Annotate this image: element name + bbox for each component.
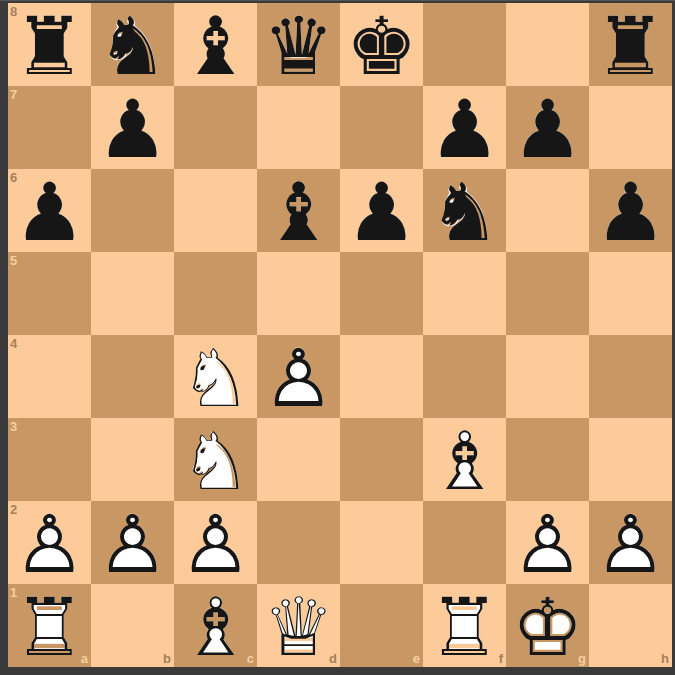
square-c5[interactable] — [174, 252, 257, 335]
square-g5[interactable] — [506, 252, 589, 335]
square-d6[interactable] — [257, 169, 340, 252]
square-c6[interactable] — [174, 169, 257, 252]
square-f1[interactable]: f — [423, 584, 506, 667]
square-h8[interactable] — [589, 3, 672, 86]
piece-white-R-f1[interactable] — [423, 584, 506, 667]
square-f3[interactable] — [423, 418, 506, 501]
piece-black-P-f7[interactable] — [423, 86, 506, 169]
square-b5[interactable] — [91, 252, 174, 335]
square-a4[interactable]: 4 — [8, 335, 91, 418]
square-d1[interactable]: d — [257, 584, 340, 667]
piece-white-N-c4[interactable] — [174, 335, 257, 418]
piece-white-P-h2[interactable] — [589, 501, 672, 584]
square-f6[interactable] — [423, 169, 506, 252]
square-b4[interactable] — [91, 335, 174, 418]
piece-white-Q-d1[interactable] — [257, 584, 340, 667]
piece-black-P-e6[interactable] — [340, 169, 423, 252]
piece-black-R-h8[interactable] — [589, 3, 672, 86]
square-e4[interactable] — [340, 335, 423, 418]
piece-white-K-g1[interactable] — [506, 584, 589, 667]
piece-white-P-c2[interactable] — [174, 501, 257, 584]
square-a8[interactable]: 8 — [8, 3, 91, 86]
square-f5[interactable] — [423, 252, 506, 335]
chessboard: 87654321abcdefgh — [8, 3, 672, 667]
square-e2[interactable] — [340, 501, 423, 584]
square-a7[interactable]: 7 — [8, 86, 91, 169]
rank-label-3: 3 — [10, 420, 17, 433]
square-h3[interactable] — [589, 418, 672, 501]
square-c3[interactable] — [174, 418, 257, 501]
square-e3[interactable] — [340, 418, 423, 501]
square-e6[interactable] — [340, 169, 423, 252]
square-a5[interactable]: 5 — [8, 252, 91, 335]
piece-black-P-h6[interactable] — [589, 169, 672, 252]
rank-label-4: 4 — [10, 337, 17, 350]
piece-white-B-c1[interactable] — [174, 584, 257, 667]
square-a2[interactable]: 2 — [8, 501, 91, 584]
square-d7[interactable] — [257, 86, 340, 169]
square-c8[interactable] — [174, 3, 257, 86]
square-e1[interactable]: e — [340, 584, 423, 667]
square-d4[interactable] — [257, 335, 340, 418]
square-f4[interactable] — [423, 335, 506, 418]
square-a1[interactable]: 1a — [8, 584, 91, 667]
square-h6[interactable] — [589, 169, 672, 252]
square-g2[interactable] — [506, 501, 589, 584]
square-f2[interactable] — [423, 501, 506, 584]
rank-label-7: 7 — [10, 88, 17, 101]
square-e7[interactable] — [340, 86, 423, 169]
piece-white-R-a1[interactable] — [8, 584, 91, 667]
square-b7[interactable] — [91, 86, 174, 169]
square-d5[interactable] — [257, 252, 340, 335]
piece-white-P-d4[interactable] — [257, 335, 340, 418]
file-label-h: h — [661, 652, 669, 665]
square-h2[interactable] — [589, 501, 672, 584]
square-c7[interactable] — [174, 86, 257, 169]
square-g3[interactable] — [506, 418, 589, 501]
piece-black-K-e8[interactable] — [340, 3, 423, 86]
square-f7[interactable] — [423, 86, 506, 169]
square-b3[interactable] — [91, 418, 174, 501]
square-c1[interactable]: c — [174, 584, 257, 667]
square-b8[interactable] — [91, 3, 174, 86]
square-e8[interactable] — [340, 3, 423, 86]
square-d2[interactable] — [257, 501, 340, 584]
square-g8[interactable] — [506, 3, 589, 86]
piece-white-P-a2[interactable] — [8, 501, 91, 584]
piece-black-P-a6[interactable] — [8, 169, 91, 252]
square-g7[interactable] — [506, 86, 589, 169]
square-h1[interactable]: h — [589, 584, 672, 667]
square-h7[interactable] — [589, 86, 672, 169]
square-d8[interactable] — [257, 3, 340, 86]
square-a3[interactable]: 3 — [8, 418, 91, 501]
piece-white-N-c3[interactable] — [174, 418, 257, 501]
square-g1[interactable]: g — [506, 584, 589, 667]
piece-white-B-f3[interactable] — [423, 418, 506, 501]
file-label-e: e — [413, 652, 420, 665]
square-a6[interactable]: 6 — [8, 169, 91, 252]
piece-black-B-c8[interactable] — [174, 3, 257, 86]
square-b6[interactable] — [91, 169, 174, 252]
piece-black-P-g7[interactable] — [506, 86, 589, 169]
piece-black-R-a8[interactable] — [8, 3, 91, 86]
piece-black-P-b7[interactable] — [91, 86, 174, 169]
rank-label-5: 5 — [10, 254, 17, 267]
chessboard-frame: 87654321abcdefgh — [0, 0, 675, 675]
square-g6[interactable] — [506, 169, 589, 252]
square-b2[interactable] — [91, 501, 174, 584]
piece-black-N-f6[interactable] — [423, 169, 506, 252]
file-label-b: b — [163, 652, 171, 665]
square-c4[interactable] — [174, 335, 257, 418]
piece-black-B-d6[interactable] — [257, 169, 340, 252]
square-c2[interactable] — [174, 501, 257, 584]
square-h4[interactable] — [589, 335, 672, 418]
piece-black-N-b8[interactable] — [91, 3, 174, 86]
square-g4[interactable] — [506, 335, 589, 418]
piece-white-P-b2[interactable] — [91, 501, 174, 584]
square-e5[interactable] — [340, 252, 423, 335]
square-f8[interactable] — [423, 3, 506, 86]
piece-black-Q-d8[interactable] — [257, 3, 340, 86]
square-b1[interactable]: b — [91, 584, 174, 667]
square-h5[interactable] — [589, 252, 672, 335]
piece-white-P-g2[interactable] — [506, 501, 589, 584]
square-d3[interactable] — [257, 418, 340, 501]
